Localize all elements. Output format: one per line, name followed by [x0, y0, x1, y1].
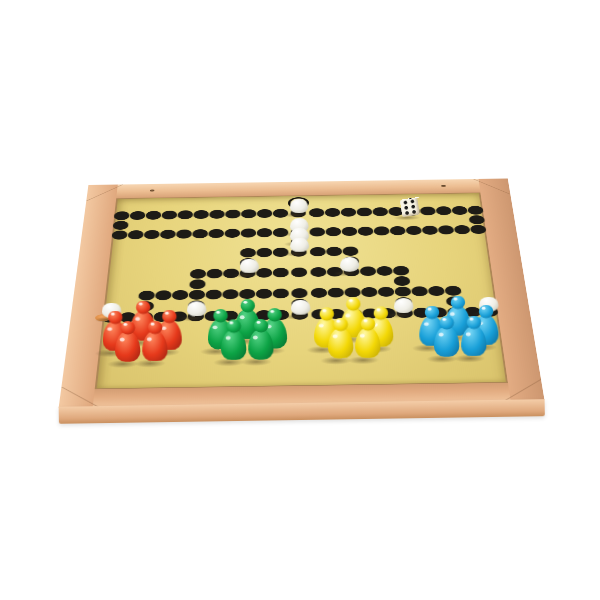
piece-shadow: [94, 317, 118, 323]
pawn-body: [354, 328, 380, 359]
pawn-head: [136, 300, 151, 314]
pawn-head: [360, 317, 375, 331]
photo-scene: [0, 0, 600, 600]
pawn-head: [450, 296, 465, 310]
pawn-body: [248, 329, 274, 360]
piece-shadow: [387, 312, 411, 318]
piece-shadow: [284, 314, 308, 320]
board-photo: [0, 0, 600, 600]
pawn-head: [466, 315, 481, 329]
piece-shadow: [283, 241, 306, 247]
pawn-head: [240, 299, 255, 313]
barricade-piece[interactable]: [340, 257, 360, 272]
barricade-piece[interactable]: [187, 301, 207, 316]
frame-screw: [441, 185, 446, 187]
game-board: [59, 178, 545, 407]
barricade-piece[interactable]: [240, 258, 260, 273]
pawn-head: [148, 320, 163, 334]
pawn-body: [460, 326, 486, 357]
piece-shadow: [283, 251, 306, 257]
barricade-piece[interactable]: [290, 299, 310, 314]
barricade-piece[interactable]: [393, 298, 413, 313]
pawn-head: [226, 319, 241, 333]
piece-shadow: [334, 270, 357, 276]
barricade-piece[interactable]: [289, 199, 308, 213]
pawn-head: [345, 297, 360, 311]
pawn-body: [142, 331, 168, 362]
pawn-head: [120, 321, 135, 335]
piece-shadow: [233, 272, 256, 278]
pawn-head: [332, 318, 347, 332]
piece-shadow: [283, 212, 305, 217]
pawn-head: [438, 316, 453, 330]
piece-shadow: [283, 231, 305, 236]
